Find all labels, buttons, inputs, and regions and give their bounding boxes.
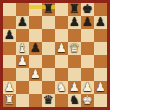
square-h4[interactable] [94,55,107,68]
screenshot-canvas: ♜♜♚♟♟♟♟♟♝♟♟♛♟♟♟♞♟♟♟♜♛♞♚ [0,0,147,110]
square-e6[interactable] [55,29,68,42]
square-b5[interactable]: ♝ [16,42,29,55]
square-d8[interactable]: ♜ [42,3,55,16]
square-d2[interactable] [42,81,55,94]
square-b6[interactable] [16,29,29,42]
square-e5[interactable]: ♟ [55,42,68,55]
square-b4[interactable]: ♟ [16,55,29,68]
square-b2[interactable] [16,81,29,94]
piece-white-rook-a1[interactable]: ♜ [4,94,15,107]
square-e7[interactable] [55,16,68,29]
piece-black-queen-d1[interactable]: ♛ [43,94,54,107]
square-g2[interactable]: ♟ [81,81,94,94]
square-c2[interactable] [29,81,42,94]
square-g6[interactable] [81,29,94,42]
square-h6[interactable] [94,29,107,42]
piece-black-rook-f8[interactable]: ♜ [69,3,80,16]
square-a6[interactable]: ♟ [3,29,16,42]
piece-white-bishop-b5[interactable]: ♝ [17,42,28,55]
square-f6[interactable] [68,29,81,42]
square-g3[interactable] [81,68,94,81]
piece-white-pawn-b4[interactable]: ♟ [17,55,28,68]
piece-white-pawn-e5[interactable]: ♟ [56,42,67,55]
square-h3[interactable] [94,68,107,81]
square-e2[interactable]: ♞ [55,81,68,94]
square-e4[interactable] [55,55,68,68]
square-c3[interactable]: ♟ [29,68,42,81]
piece-white-knight-e2[interactable]: ♞ [56,81,67,94]
square-c8[interactable] [29,3,42,16]
piece-black-pawn-g7[interactable]: ♟ [82,16,93,29]
square-d3[interactable] [42,68,55,81]
chess-board: ♜♜♚♟♟♟♟♟♝♟♟♛♟♟♟♞♟♟♟♜♛♞♚ [3,3,107,107]
piece-black-pawn-b7[interactable]: ♟ [17,16,28,29]
board-frame: ♜♜♚♟♟♟♟♟♝♟♟♛♟♟♟♞♟♟♟♜♛♞♚ [0,0,110,110]
piece-white-pawn-g2[interactable]: ♟ [82,81,93,94]
square-f2[interactable]: ♟ [68,81,81,94]
piece-white-pawn-a2[interactable]: ♟ [4,81,15,94]
square-f3[interactable] [68,68,81,81]
piece-black-pawn-f7[interactable]: ♟ [69,16,80,29]
square-g8[interactable]: ♚ [81,3,94,16]
piece-black-knight-f1[interactable]: ♞ [69,94,80,107]
square-g4[interactable] [81,55,94,68]
square-a5[interactable] [3,42,16,55]
square-e1[interactable] [55,94,68,107]
square-a8[interactable] [3,3,16,16]
piece-black-pawn-a6[interactable]: ♟ [4,29,15,42]
square-a4[interactable] [3,55,16,68]
piece-black-pawn-h7[interactable]: ♟ [95,16,106,29]
square-c5[interactable]: ♟ [29,42,42,55]
square-c6[interactable] [29,29,42,42]
square-c4[interactable] [29,55,42,68]
square-f1[interactable]: ♞ [68,94,81,107]
square-b7[interactable]: ♟ [16,16,29,29]
piece-black-rook-d8[interactable]: ♜ [43,3,54,16]
last-move-highlight [29,5,42,9]
square-b8[interactable] [16,3,29,16]
square-b3[interactable] [16,68,29,81]
square-h2[interactable]: ♟ [94,81,107,94]
square-f4[interactable] [68,55,81,68]
square-f7[interactable]: ♟ [68,16,81,29]
square-h8[interactable] [94,3,107,16]
square-g5[interactable] [81,42,94,55]
square-a3[interactable] [3,68,16,81]
square-d7[interactable] [42,16,55,29]
square-f5[interactable]: ♛ [68,42,81,55]
piece-white-pawn-h2[interactable]: ♟ [95,81,106,94]
square-h7[interactable]: ♟ [94,16,107,29]
square-a1[interactable]: ♜ [3,94,16,107]
last-move-highlight [42,5,55,9]
square-d5[interactable] [42,42,55,55]
square-e8[interactable] [55,3,68,16]
square-h1[interactable] [94,94,107,107]
square-g7[interactable]: ♟ [81,16,94,29]
square-g1[interactable]: ♚ [81,94,94,107]
square-a2[interactable]: ♟ [3,81,16,94]
piece-white-queen-f5[interactable]: ♛ [69,42,80,55]
piece-white-pawn-f2[interactable]: ♟ [69,81,80,94]
piece-white-pawn-c3[interactable]: ♟ [30,68,41,81]
piece-black-pawn-c5[interactable]: ♟ [30,42,41,55]
piece-white-king-g1[interactable]: ♚ [82,94,93,107]
square-h5[interactable] [94,42,107,55]
square-d6[interactable] [42,29,55,42]
square-e3[interactable] [55,68,68,81]
square-c1[interactable] [29,94,42,107]
square-b1[interactable] [16,94,29,107]
square-a7[interactable] [3,16,16,29]
piece-black-king-g8[interactable]: ♚ [82,3,93,16]
square-f8[interactable]: ♜ [68,3,81,16]
square-d4[interactable] [42,55,55,68]
square-c7[interactable] [29,16,42,29]
square-d1[interactable]: ♛ [42,94,55,107]
